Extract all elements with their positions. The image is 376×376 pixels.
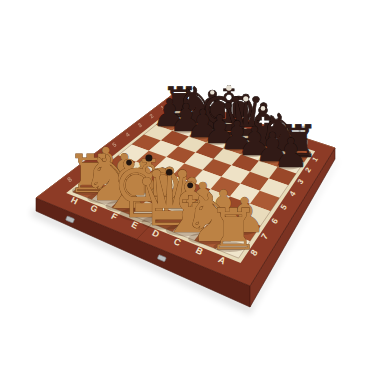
piece-dark-pawn-a2: ♟ — [273, 130, 309, 176]
svg-text:♟: ♟ — [273, 130, 309, 176]
piece-light-rook-a8: ♜ — [208, 196, 259, 262]
chess-set-photo: H11HG22GF33FE44ED55DC66CB77BA88A♜♞♟♝♟♚♟♛… — [0, 0, 376, 376]
svg-text:♜: ♜ — [208, 196, 259, 262]
chess-board-scene: H11HG22GF33FE44ED55DC66CB77BA88A♜♞♟♝♟♚♟♛… — [0, 0, 376, 376]
